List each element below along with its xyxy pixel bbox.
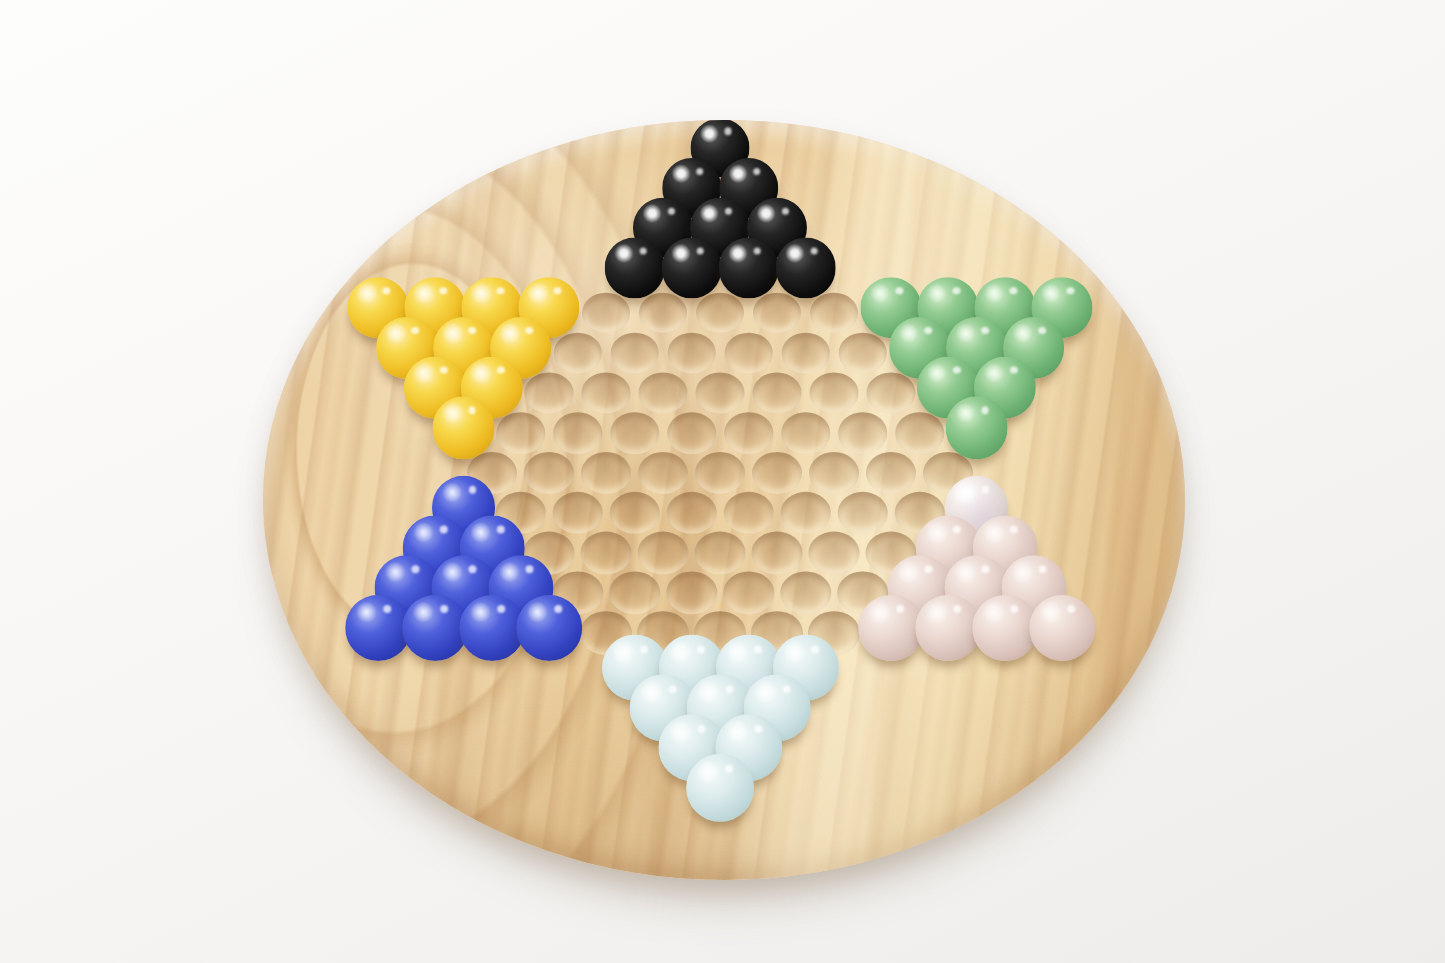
marble-green[interactable] <box>945 396 1008 459</box>
board-hole[interactable] <box>837 492 888 534</box>
board-hole[interactable] <box>752 452 802 494</box>
board-hole[interactable] <box>723 571 775 614</box>
marble-yellow[interactable] <box>432 396 495 459</box>
board-hole[interactable] <box>753 293 801 333</box>
board-hole[interactable] <box>553 333 602 374</box>
board-hole[interactable] <box>666 492 717 534</box>
board-hole[interactable] <box>695 532 746 575</box>
board-hole[interactable] <box>609 492 660 534</box>
marble-black[interactable] <box>604 237 665 298</box>
board-hole[interactable] <box>838 333 887 374</box>
marble-black[interactable] <box>775 237 836 298</box>
board-hole[interactable] <box>895 412 945 454</box>
board-hole[interactable] <box>667 412 717 454</box>
board-hole[interactable] <box>753 372 802 413</box>
board-hole[interactable] <box>639 293 687 333</box>
board-hole[interactable] <box>553 412 603 454</box>
marble-pink[interactable] <box>858 595 924 661</box>
board-hole[interactable] <box>666 571 718 614</box>
marble-blue[interactable] <box>402 595 468 661</box>
board-hole[interactable] <box>696 372 745 413</box>
board-hole[interactable] <box>525 372 574 413</box>
board-hole[interactable] <box>581 532 632 575</box>
board-hole[interactable] <box>723 492 774 534</box>
marble-black[interactable] <box>661 237 722 298</box>
board-hole[interactable] <box>581 452 631 494</box>
photo-background: { "game": "chinese-checkers", "scene": {… <box>0 0 1445 963</box>
board-hole[interactable] <box>552 492 603 534</box>
board-hole[interactable] <box>809 532 860 575</box>
board-hole[interactable] <box>781 412 831 454</box>
board-hole[interactable] <box>695 452 745 494</box>
marble-black[interactable] <box>718 237 779 298</box>
board-hole[interactable] <box>696 293 744 333</box>
marble-pink[interactable] <box>1029 595 1095 661</box>
game-board <box>263 120 1185 880</box>
board-hole[interactable] <box>667 333 716 374</box>
board-hole[interactable] <box>724 333 773 374</box>
board-hole[interactable] <box>838 412 888 454</box>
marble-blue[interactable] <box>516 595 582 661</box>
board-hole[interactable] <box>524 452 574 494</box>
board-hole[interactable] <box>582 372 631 413</box>
board-hole[interactable] <box>781 333 830 374</box>
marble-blue[interactable] <box>345 595 411 661</box>
board-hole[interactable] <box>866 452 916 494</box>
board-hole[interactable] <box>639 372 688 413</box>
board-hole[interactable] <box>810 293 858 333</box>
board-hole[interactable] <box>780 571 832 614</box>
star-hole-grid <box>263 120 1185 880</box>
board-hole[interactable] <box>610 412 660 454</box>
board-hole[interactable] <box>582 293 630 333</box>
marble-pink[interactable] <box>915 595 981 661</box>
board-hole[interactable] <box>867 372 916 413</box>
marble-light-blue[interactable] <box>686 754 754 822</box>
board-hole[interactable] <box>810 372 859 413</box>
board-hole[interactable] <box>638 532 689 575</box>
board-hole[interactable] <box>638 452 688 494</box>
board-hole[interactable] <box>496 412 546 454</box>
board-hole[interactable] <box>752 532 803 575</box>
board-hole[interactable] <box>610 333 659 374</box>
board-hole[interactable] <box>809 452 859 494</box>
board-hole[interactable] <box>609 571 661 614</box>
board-hole[interactable] <box>724 412 774 454</box>
marble-blue[interactable] <box>459 595 525 661</box>
marble-pink[interactable] <box>972 595 1038 661</box>
board-hole[interactable] <box>780 492 831 534</box>
